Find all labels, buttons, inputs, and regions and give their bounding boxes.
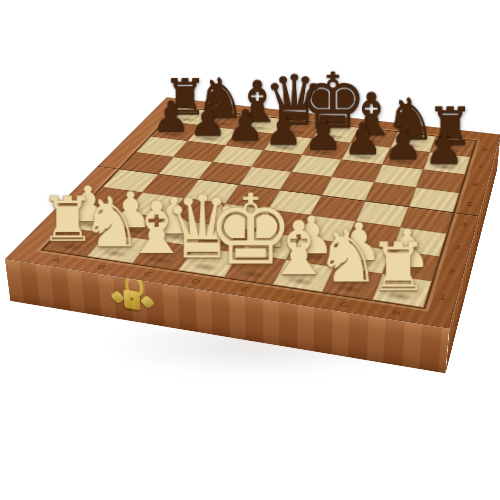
- brass-clasp: [109, 279, 159, 325]
- rank-label-6: 6: [470, 175, 482, 195]
- clasp-plate-left-icon: [110, 290, 125, 304]
- chess-board: ♜♞♝♛♚♝♞♜♟♟♟♟♟♟♟♟♟♟♟♟♟♟♟♟♜♞♝♛♚♝♞♜ ABCDEFG…: [5, 97, 500, 328]
- square-h6[interactable]: [416, 169, 465, 193]
- clasp-lock-body-icon: [123, 289, 140, 310]
- photo-scene: ♜♞♝♛♚♝♞♜♟♟♟♟♟♟♟♟♟♟♟♟♟♟♟♟♜♞♝♛♚♝♞♜ ABCDEFG…: [0, 0, 500, 500]
- square-h1[interactable]: ♜: [372, 274, 432, 308]
- piece-white-rook-h1[interactable]: ♜: [333, 234, 465, 301]
- clasp-plate-right-icon: [140, 295, 155, 309]
- rank-label-5: 5: [464, 194, 476, 215]
- board-frame: ♜♞♝♛♚♝♞♜♟♟♟♟♟♟♟♟♟♟♟♟♟♟♟♟♜♞♝♛♚♝♞♜ ABCDEFG…: [5, 97, 500, 328]
- fold-hinge-seam-side: [475, 215, 479, 256]
